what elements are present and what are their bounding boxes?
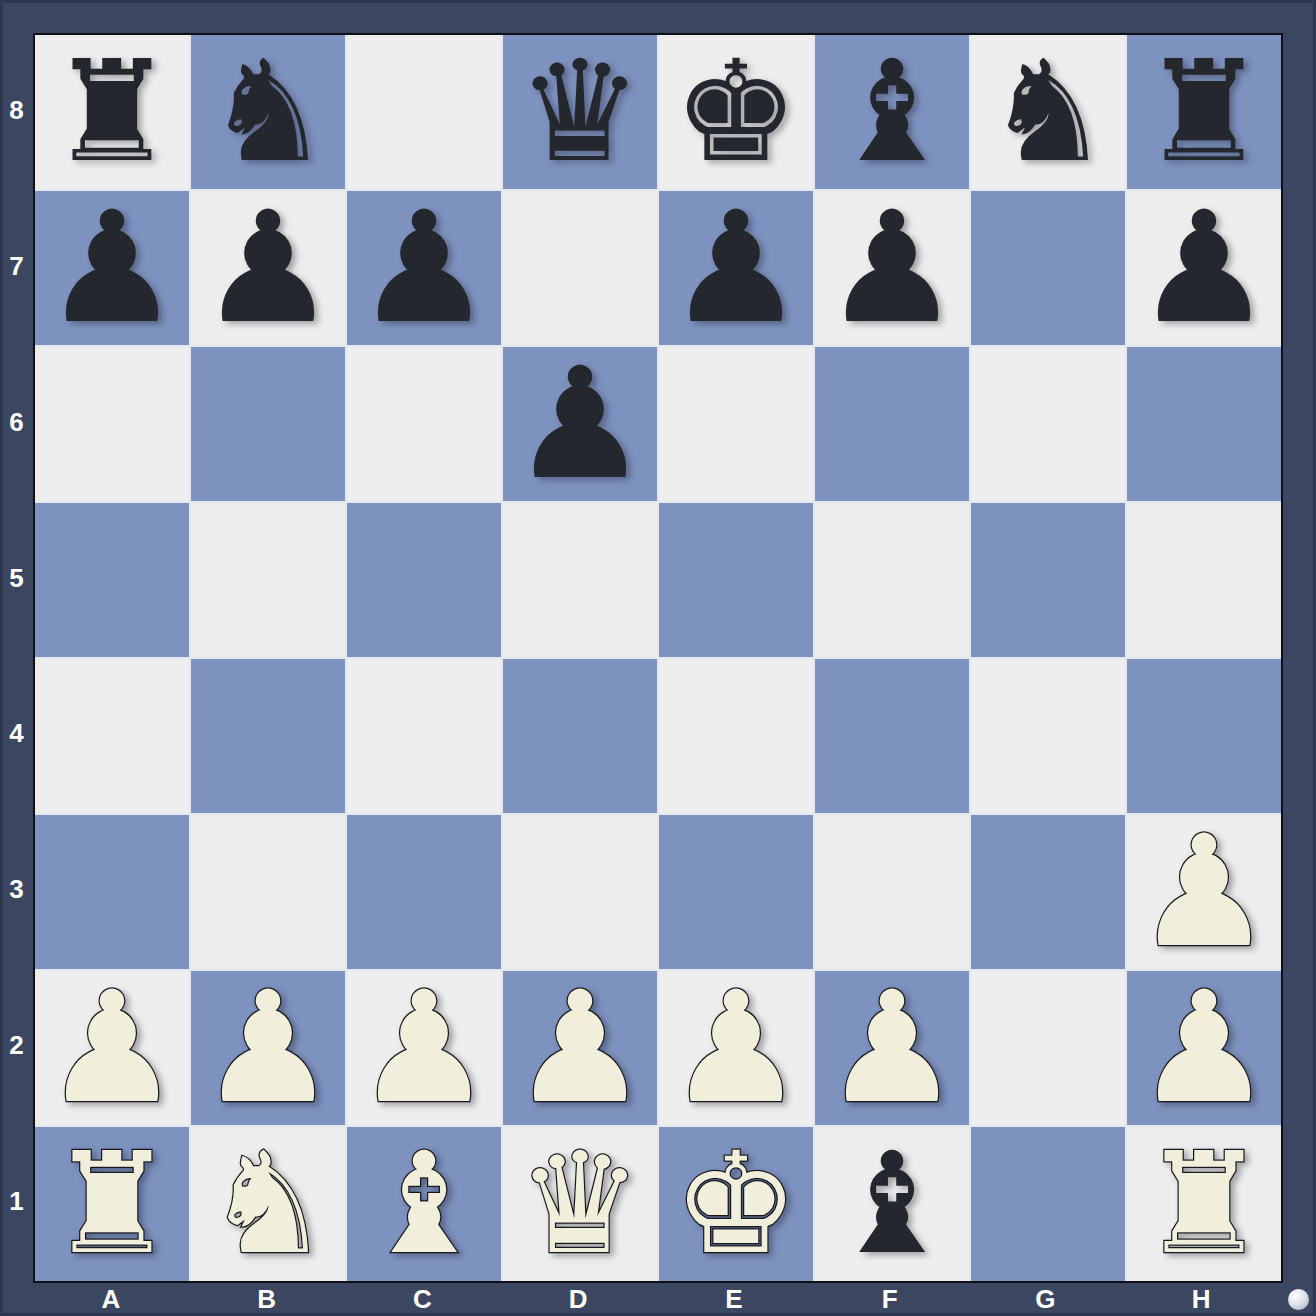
rank-label-2: 2	[0, 968, 33, 1124]
piece-white-pawn[interactable]: ♟	[1135, 815, 1273, 969]
square-h4[interactable]	[1127, 659, 1281, 813]
square-g7[interactable]	[971, 191, 1125, 345]
square-a8[interactable]: ♜	[35, 35, 189, 189]
piece-white-pawn[interactable]: ♟	[667, 971, 805, 1125]
square-b6[interactable]	[191, 347, 345, 501]
square-e5[interactable]	[659, 503, 813, 657]
square-g4[interactable]	[971, 659, 1125, 813]
square-f2[interactable]: ♟	[815, 971, 969, 1125]
square-h3[interactable]: ♟	[1127, 815, 1281, 969]
square-c6[interactable]	[347, 347, 501, 501]
piece-black-pawn[interactable]: ♟	[43, 191, 181, 345]
square-e4[interactable]	[659, 659, 813, 813]
square-a1[interactable]: ♜	[35, 1127, 189, 1281]
square-e2[interactable]: ♟	[659, 971, 813, 1125]
square-g8[interactable]: ♞	[971, 35, 1125, 189]
square-c3[interactable]	[347, 815, 501, 969]
square-b3[interactable]	[191, 815, 345, 969]
piece-black-rook[interactable]: ♜	[1141, 42, 1267, 182]
piece-black-pawn[interactable]: ♟	[667, 191, 805, 345]
chess-board: ♜♞♛♚♝♞♜♟♟♟♟♟♟♟♟♟♟♟♟♟♟♟♜♞♝♛♚♝♜	[33, 33, 1283, 1283]
rank-label-4: 4	[0, 656, 33, 812]
square-h5[interactable]	[1127, 503, 1281, 657]
piece-black-knight[interactable]: ♞	[985, 42, 1111, 182]
square-a3[interactable]	[35, 815, 189, 969]
square-d8[interactable]: ♛	[503, 35, 657, 189]
piece-white-rook[interactable]: ♜	[1141, 1134, 1267, 1274]
file-label-a: A	[33, 1283, 189, 1316]
square-a7[interactable]: ♟	[35, 191, 189, 345]
piece-white-pawn[interactable]: ♟	[511, 971, 649, 1125]
piece-white-knight[interactable]: ♞	[205, 1134, 331, 1274]
square-d2[interactable]: ♟	[503, 971, 657, 1125]
square-e3[interactable]	[659, 815, 813, 969]
rank-label-5: 5	[0, 500, 33, 656]
file-label-h: H	[1123, 1283, 1279, 1316]
square-f3[interactable]	[815, 815, 969, 969]
file-label-g: G	[968, 1283, 1124, 1316]
rank-label-6: 6	[0, 345, 33, 501]
square-f4[interactable]	[815, 659, 969, 813]
piece-black-bishop[interactable]: ♝	[829, 1134, 955, 1274]
square-a4[interactable]	[35, 659, 189, 813]
square-d6[interactable]: ♟	[503, 347, 657, 501]
square-d4[interactable]	[503, 659, 657, 813]
piece-white-bishop[interactable]: ♝	[361, 1134, 487, 1274]
square-e7[interactable]: ♟	[659, 191, 813, 345]
file-label-b: B	[189, 1283, 345, 1316]
square-e8[interactable]: ♚	[659, 35, 813, 189]
piece-white-rook[interactable]: ♜	[49, 1134, 175, 1274]
square-a2[interactable]: ♟	[35, 971, 189, 1125]
square-d5[interactable]	[503, 503, 657, 657]
square-d7[interactable]	[503, 191, 657, 345]
square-g1[interactable]	[971, 1127, 1125, 1281]
piece-white-pawn[interactable]: ♟	[43, 971, 181, 1125]
rank-label-3: 3	[0, 812, 33, 968]
square-c2[interactable]: ♟	[347, 971, 501, 1125]
piece-white-pawn[interactable]: ♟	[355, 971, 493, 1125]
piece-black-pawn[interactable]: ♟	[199, 191, 337, 345]
square-d1[interactable]: ♛	[503, 1127, 657, 1281]
square-h2[interactable]: ♟	[1127, 971, 1281, 1125]
square-b5[interactable]	[191, 503, 345, 657]
square-e1[interactable]: ♚	[659, 1127, 813, 1281]
square-g3[interactable]	[971, 815, 1125, 969]
square-b8[interactable]: ♞	[191, 35, 345, 189]
rank-label-7: 7	[0, 189, 33, 345]
square-f1[interactable]: ♝	[815, 1127, 969, 1281]
file-label-c: C	[345, 1283, 501, 1316]
square-f7[interactable]: ♟	[815, 191, 969, 345]
square-g5[interactable]	[971, 503, 1125, 657]
piece-white-king[interactable]: ♚	[673, 1134, 799, 1274]
white-to-move-indicator-icon	[1288, 1289, 1309, 1310]
square-c4[interactable]	[347, 659, 501, 813]
rank-label-1: 1	[0, 1123, 33, 1279]
piece-black-knight[interactable]: ♞	[205, 42, 331, 182]
piece-white-pawn[interactable]: ♟	[1135, 971, 1273, 1125]
square-f5[interactable]	[815, 503, 969, 657]
square-b4[interactable]	[191, 659, 345, 813]
square-c7[interactable]: ♟	[347, 191, 501, 345]
square-a5[interactable]	[35, 503, 189, 657]
piece-black-pawn[interactable]: ♟	[823, 191, 961, 345]
square-a6[interactable]	[35, 347, 189, 501]
square-e6[interactable]	[659, 347, 813, 501]
square-h6[interactable]	[1127, 347, 1281, 501]
square-h1[interactable]: ♜	[1127, 1127, 1281, 1281]
square-c8[interactable]	[347, 35, 501, 189]
square-b2[interactable]: ♟	[191, 971, 345, 1125]
file-label-e: E	[656, 1283, 812, 1316]
square-f6[interactable]	[815, 347, 969, 501]
file-label-f: F	[812, 1283, 968, 1316]
piece-black-pawn[interactable]: ♟	[355, 191, 493, 345]
piece-black-pawn[interactable]: ♟	[1135, 191, 1273, 345]
square-h8[interactable]: ♜	[1127, 35, 1281, 189]
square-b7[interactable]: ♟	[191, 191, 345, 345]
square-c1[interactable]: ♝	[347, 1127, 501, 1281]
square-h7[interactable]: ♟	[1127, 191, 1281, 345]
piece-black-rook[interactable]: ♜	[49, 42, 175, 182]
rank-labels: 87654321	[0, 33, 33, 1279]
square-g6[interactable]	[971, 347, 1125, 501]
piece-black-pawn[interactable]: ♟	[511, 347, 649, 501]
piece-black-king[interactable]: ♚	[673, 42, 799, 182]
square-b1[interactable]: ♞	[191, 1127, 345, 1281]
square-g2[interactable]	[971, 971, 1125, 1125]
piece-black-queen[interactable]: ♛	[517, 42, 643, 182]
piece-white-queen[interactable]: ♛	[517, 1134, 643, 1274]
square-f8[interactable]: ♝	[815, 35, 969, 189]
square-c5[interactable]	[347, 503, 501, 657]
square-d3[interactable]	[503, 815, 657, 969]
piece-white-pawn[interactable]: ♟	[199, 971, 337, 1125]
piece-black-bishop[interactable]: ♝	[829, 42, 955, 182]
piece-white-pawn[interactable]: ♟	[823, 971, 961, 1125]
rank-label-8: 8	[0, 33, 33, 189]
file-label-d: D	[500, 1283, 656, 1316]
file-labels: ABCDEFGH	[33, 1283, 1279, 1316]
